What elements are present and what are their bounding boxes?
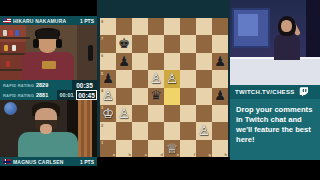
square-f7[interactable] (180, 35, 196, 52)
square-c2[interactable] (132, 122, 148, 139)
shelf-line (0, 37, 30, 39)
file-label: h (225, 152, 227, 157)
player-bottom-clock: 00:45 (76, 90, 97, 100)
rank-label: 1 (101, 140, 103, 145)
square-d6[interactable] (148, 53, 164, 70)
chat-callout-panel: Drop your comments in Twitch chat and we… (230, 99, 320, 160)
square-d5[interactable]: ♙ (148, 70, 164, 87)
square-h8[interactable] (212, 18, 228, 35)
rank-label: 6 (101, 53, 103, 58)
right-letterbox (230, 160, 320, 180)
file-label: g (209, 152, 211, 157)
curtain (78, 100, 92, 157)
square-b3[interactable]: ♙ (116, 105, 132, 122)
tshirt-graphic (42, 61, 56, 69)
player-top-stat-row: RAPID RATING 2829 00:35 (0, 80, 97, 90)
square-g5[interactable] (196, 70, 212, 87)
square-d7[interactable] (148, 35, 164, 52)
player-bottom-rating: 2881 (36, 92, 48, 98)
square-d8[interactable] (148, 18, 164, 35)
black-pawn-b6: ♟ (118, 55, 130, 69)
magnus-hand (40, 124, 52, 134)
square-e1[interactable]: e♕ (164, 140, 180, 157)
presenter-face (281, 20, 292, 32)
square-g6[interactable] (196, 53, 212, 70)
square-c8[interactable] (132, 18, 148, 35)
square-a2[interactable]: 2 (100, 122, 116, 139)
twitch-channel-bar: TWITCH.TV/CHESS (230, 85, 320, 99)
square-c4[interactable] (132, 88, 148, 105)
white-pawn-a4: ♙ (102, 89, 114, 103)
chat-callout-message: Drop your comments in Twitch chat and we… (236, 105, 314, 145)
player-top-name-bar: HIKARU NAKAMURA 1 PTS (0, 16, 97, 25)
square-e4[interactable] (164, 88, 180, 105)
square-e5[interactable]: ♙ (164, 70, 180, 87)
player-bottom-name-bar: MAGNUS CARLSEN 1 PTS (0, 157, 97, 166)
player-bottom-score: 1 PTS (80, 159, 94, 165)
square-e3[interactable] (164, 105, 180, 122)
square-e6[interactable] (164, 53, 180, 70)
hikaru-webcam (0, 25, 97, 80)
square-h4[interactable]: ♟ (212, 88, 228, 105)
file-label: b (129, 152, 131, 157)
square-b5[interactable] (116, 70, 132, 87)
square-f8[interactable] (180, 18, 196, 35)
microphone-icon (88, 45, 93, 61)
square-d1[interactable]: d (148, 140, 164, 157)
player-bottom-rating-box: RAPID RATING 2881 (0, 90, 57, 100)
rating-label: RAPID RATING (3, 83, 34, 88)
file-label: f (194, 152, 195, 157)
chess-board: 87♚6♟♟5♟♙♙4♙♛♟3♔♙2♙1abcde♕fgh (100, 18, 228, 157)
studio-desk (230, 57, 320, 85)
square-b4[interactable] (116, 88, 132, 105)
white-pawn-g2: ♙ (198, 124, 210, 138)
square-h5[interactable] (212, 70, 228, 87)
square-c5[interactable] (132, 70, 148, 87)
square-f4[interactable] (180, 88, 196, 105)
magnus-webcam (0, 100, 97, 157)
square-g2[interactable]: ♙ (196, 122, 212, 139)
headphone-earcup (56, 39, 62, 48)
square-g3[interactable] (196, 105, 212, 122)
square-f1[interactable]: f (180, 140, 196, 157)
player-bottom-move-timer: 00:01 (57, 90, 76, 100)
black-pawn-h4: ♟ (214, 89, 226, 103)
black-pawn-h6: ♟ (214, 55, 226, 69)
square-f5[interactable] (180, 70, 196, 87)
square-h6[interactable]: ♟ (212, 53, 228, 70)
square-e2[interactable] (164, 122, 180, 139)
square-b6[interactable]: ♟ (116, 53, 132, 70)
white-pawn-e5: ♙ (166, 72, 178, 86)
square-d4[interactable]: ♛ (148, 88, 164, 105)
player-bottom-name: MAGNUS CARLSEN (13, 159, 78, 165)
square-a1[interactable]: 1a (100, 140, 116, 157)
studio-screen-glow (238, 14, 258, 36)
square-g4[interactable] (196, 88, 212, 105)
presenter-body (274, 34, 300, 60)
white-king-a3: ♔ (102, 107, 114, 121)
player-top-clock: 00:35 (72, 80, 97, 90)
rank-label: 2 (101, 123, 103, 128)
white-pawn-b3: ♙ (118, 107, 130, 121)
square-b2[interactable] (116, 122, 132, 139)
square-c1[interactable]: c (132, 140, 148, 157)
room-background (77, 25, 97, 80)
board-letterbox (97, 157, 230, 180)
headphone-earcup (33, 39, 39, 48)
globe-decoration (4, 102, 17, 115)
twitch-channel-label: TWITCH.TV/CHESS (235, 89, 295, 95)
file-label: a (113, 152, 115, 157)
square-d2[interactable] (148, 122, 164, 139)
square-a5[interactable]: 5♟ (100, 70, 116, 87)
square-e8[interactable] (164, 18, 180, 35)
file-label: c (145, 152, 147, 157)
black-queen-d4: ♛ (150, 89, 162, 103)
player-top-score: 1 PTS (80, 18, 94, 24)
rank-label: 8 (101, 19, 103, 24)
us-flag-icon (3, 18, 11, 23)
white-pawn-d5: ♙ (150, 72, 162, 86)
square-d3[interactable] (148, 105, 164, 122)
headphones-icon (35, 28, 60, 36)
rank-label: 7 (101, 36, 103, 41)
square-a8[interactable]: 8 (100, 18, 116, 35)
square-a7[interactable]: 7 (100, 35, 116, 52)
magnus-torso (18, 132, 78, 157)
black-king-b7: ♚ (118, 37, 130, 51)
white-queen-e1: ♕ (166, 142, 178, 156)
square-b8[interactable] (116, 18, 132, 35)
square-a3[interactable]: 3♔ (100, 105, 116, 122)
square-h3[interactable] (212, 105, 228, 122)
square-g8[interactable] (196, 18, 212, 35)
square-f2[interactable] (180, 122, 196, 139)
players-column: HIKARU NAKAMURA 1 PTS RAPID RATING 2829 (0, 0, 97, 180)
square-c6[interactable] (132, 53, 148, 70)
square-a6[interactable]: 6 (100, 53, 116, 70)
square-c7[interactable] (132, 35, 148, 52)
twitch-icon (299, 87, 308, 97)
square-f3[interactable] (180, 105, 196, 122)
square-a4[interactable]: 4♙ (100, 88, 116, 105)
player-top-rating-box: RAPID RATING 2829 (0, 80, 72, 90)
square-h1[interactable]: h (212, 140, 228, 157)
square-e7[interactable] (164, 35, 180, 52)
rating-label: RAPID RATING (3, 93, 34, 98)
norway-flag-icon (3, 159, 11, 164)
square-h7[interactable] (212, 35, 228, 52)
player-top-rating: 2829 (36, 82, 48, 88)
square-g1[interactable]: g (196, 140, 212, 157)
player-top-name: HIKARU NAKAMURA (13, 18, 78, 24)
square-b1[interactable]: b (116, 140, 132, 157)
square-h2[interactable] (212, 122, 228, 139)
studio-video (230, 0, 320, 85)
square-b7[interactable]: ♚ (116, 35, 132, 52)
file-label: d (161, 152, 163, 157)
square-c3[interactable] (132, 105, 148, 122)
player-bottom-stat-row: RAPID RATING 2881 00:01 00:45 (0, 90, 97, 100)
square-f6[interactable] (180, 53, 196, 70)
black-pawn-a5: ♟ (102, 72, 114, 86)
square-g7[interactable] (196, 35, 212, 52)
